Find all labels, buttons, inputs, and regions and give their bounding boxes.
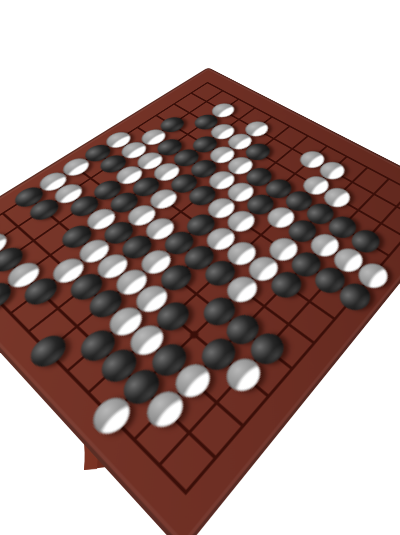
intersection[interactable] — [262, 233, 304, 267]
go-board — [0, 67, 400, 535]
intersection[interactable] — [93, 343, 144, 390]
intersection[interactable] — [0, 257, 45, 293]
black-stone[interactable] — [333, 279, 375, 316]
intersection[interactable] — [385, 221, 400, 253]
intersection[interactable] — [0, 243, 28, 278]
intersection[interactable] — [307, 262, 350, 299]
intersection[interactable] — [22, 329, 72, 374]
white-stone[interactable] — [91, 250, 133, 284]
white-stone[interactable] — [109, 265, 152, 301]
intersection[interactable] — [153, 260, 197, 297]
black-stone[interactable] — [158, 228, 198, 259]
white-stone[interactable] — [327, 244, 367, 277]
intersection[interactable] — [220, 237, 262, 271]
white-stone[interactable] — [46, 254, 89, 288]
intersection[interactable] — [188, 429, 244, 488]
intersection[interactable] — [199, 223, 240, 255]
intersection[interactable] — [263, 267, 307, 304]
white-stone[interactable] — [263, 234, 303, 266]
intersection[interactable] — [72, 235, 115, 269]
scene — [0, 0, 400, 535]
black-stone[interactable] — [94, 344, 142, 389]
white-stone[interactable] — [352, 259, 393, 294]
intersection[interactable] — [34, 289, 81, 329]
white-stone[interactable] — [200, 224, 240, 255]
black-stone[interactable] — [73, 325, 120, 368]
intersection[interactable] — [63, 268, 108, 306]
white-stone[interactable] — [102, 302, 148, 342]
intersection[interactable] — [218, 309, 265, 352]
intersection[interactable] — [128, 280, 174, 319]
intersection[interactable] — [166, 357, 217, 406]
black-stone[interactable] — [243, 328, 289, 371]
intersection[interactable] — [12, 225, 55, 258]
white-stone[interactable] — [304, 230, 343, 262]
white-stone[interactable] — [1, 258, 44, 293]
white-stone[interactable] — [220, 238, 260, 271]
intersection[interactable] — [115, 231, 157, 264]
black-stone[interactable] — [149, 297, 194, 336]
black-stone[interactable] — [23, 330, 71, 373]
white-stone[interactable] — [123, 320, 170, 362]
black-stone[interactable] — [116, 364, 166, 412]
intersection[interactable] — [83, 390, 137, 443]
intersection[interactable] — [143, 337, 193, 383]
intersection[interactable] — [53, 306, 101, 348]
intersection[interactable] — [241, 251, 284, 287]
white-stone[interactable] — [242, 252, 283, 286]
intersection[interactable] — [131, 436, 188, 496]
intersection[interactable] — [28, 239, 72, 273]
intersection[interactable] — [62, 368, 115, 418]
intersection[interactable] — [0, 229, 12, 262]
intersection[interactable] — [303, 229, 344, 262]
stone-grid — [0, 74, 400, 526]
black-stone[interactable] — [264, 267, 306, 303]
black-stone[interactable] — [219, 310, 264, 351]
intersection[interactable] — [101, 301, 149, 343]
black-stone[interactable] — [82, 285, 127, 323]
intersection[interactable] — [134, 245, 177, 280]
black-stone[interactable] — [308, 263, 350, 298]
intersection[interactable] — [0, 294, 34, 335]
white-stone[interactable] — [134, 246, 176, 279]
black-stone[interactable] — [116, 231, 157, 263]
black-stone[interactable] — [345, 226, 384, 257]
black-stone[interactable] — [154, 260, 196, 295]
black-stone[interactable] — [196, 292, 240, 331]
white-stone[interactable] — [129, 281, 173, 318]
black-stone[interactable] — [64, 269, 108, 305]
intersection[interactable] — [312, 299, 358, 340]
white-stone[interactable] — [73, 235, 114, 267]
intersection[interactable] — [216, 399, 270, 454]
intersection[interactable] — [137, 384, 190, 437]
intersection[interactable] — [242, 327, 290, 372]
intersection[interactable] — [326, 243, 368, 278]
black-stone[interactable] — [194, 333, 241, 377]
intersection[interactable] — [162, 406, 216, 462]
intersection[interactable] — [45, 253, 89, 289]
intersection[interactable] — [284, 247, 326, 282]
intersection[interactable] — [190, 378, 242, 430]
white-stone[interactable] — [218, 352, 266, 398]
board-surface — [0, 67, 400, 535]
intersection[interactable] — [157, 462, 215, 526]
intersection[interactable] — [157, 227, 199, 260]
intersection[interactable] — [170, 314, 218, 357]
intersection[interactable] — [114, 363, 166, 413]
intersection[interactable] — [55, 221, 97, 253]
intersection[interactable] — [106, 412, 161, 469]
intersection[interactable] — [219, 271, 264, 309]
intersection[interactable] — [368, 239, 400, 273]
intersection[interactable] — [197, 256, 241, 292]
star-point — [188, 329, 200, 340]
black-stone[interactable] — [0, 278, 16, 315]
intersection[interactable] — [148, 296, 195, 337]
intersection[interactable] — [265, 304, 312, 346]
white-stone[interactable] — [138, 385, 189, 435]
intersection[interactable] — [122, 319, 171, 363]
intersection[interactable] — [108, 264, 153, 301]
black-stone[interactable] — [18, 274, 62, 311]
intersection[interactable] — [193, 332, 242, 378]
intersection[interactable] — [4, 311, 53, 354]
intersection[interactable] — [90, 249, 134, 284]
board-grid-lines — [0, 82, 400, 495]
intersection[interactable] — [243, 372, 294, 423]
white-stone[interactable] — [167, 358, 216, 405]
black-stone[interactable] — [56, 222, 96, 253]
intersection[interactable] — [17, 273, 63, 311]
black-stone[interactable] — [0, 243, 27, 276]
intersection[interactable] — [267, 346, 316, 393]
intersection[interactable] — [290, 322, 338, 366]
intersection[interactable] — [344, 225, 385, 258]
intersection[interactable] — [41, 348, 92, 396]
intersection[interactable] — [332, 278, 376, 317]
intersection[interactable] — [174, 275, 219, 313]
white-stone[interactable] — [0, 229, 11, 261]
intersection[interactable] — [241, 287, 287, 327]
intersection[interactable] — [177, 241, 220, 275]
intersection[interactable] — [0, 277, 17, 316]
intersection[interactable] — [81, 284, 127, 324]
intersection[interactable] — [217, 351, 267, 399]
intersection[interactable] — [195, 292, 241, 332]
intersection[interactable] — [287, 282, 332, 321]
black-stone[interactable] — [285, 248, 326, 282]
intersection[interactable] — [351, 258, 394, 294]
black-stone[interactable] — [198, 256, 240, 291]
intersection[interactable] — [72, 324, 121, 368]
white-stone[interactable] — [220, 272, 263, 308]
black-stone[interactable] — [144, 338, 192, 382]
white-stone[interactable] — [85, 391, 137, 442]
black-stone[interactable] — [178, 242, 219, 275]
